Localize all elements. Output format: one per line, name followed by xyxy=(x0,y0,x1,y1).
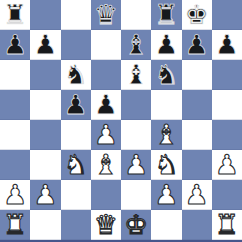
square-c7[interactable] xyxy=(61,30,91,60)
square-e5[interactable] xyxy=(121,90,151,120)
square-c8[interactable] xyxy=(61,0,91,30)
square-g6[interactable] xyxy=(182,60,212,90)
square-g5[interactable] xyxy=(182,90,212,120)
square-e4[interactable] xyxy=(121,120,151,150)
square-c4[interactable] xyxy=(61,120,91,150)
square-e2[interactable] xyxy=(121,180,151,210)
piece-white-bishop[interactable]: ♝ xyxy=(154,121,178,148)
square-a4[interactable] xyxy=(0,120,30,150)
square-a2[interactable]: ♟ xyxy=(0,180,30,210)
square-d1[interactable]: ♛ xyxy=(91,210,121,240)
piece-white-knight[interactable]: ♞ xyxy=(154,151,178,178)
square-f5[interactable] xyxy=(151,90,181,120)
square-e6[interactable]: ♝ xyxy=(121,60,151,90)
square-a1[interactable]: ♜ xyxy=(0,210,30,240)
piece-black-rook[interactable]: ♜ xyxy=(3,1,27,28)
square-h8[interactable] xyxy=(212,0,242,30)
square-f3[interactable]: ♞ xyxy=(151,150,181,180)
square-a5[interactable] xyxy=(0,90,30,120)
piece-black-pawn[interactable]: ♟ xyxy=(154,31,178,58)
square-b5[interactable] xyxy=(30,90,60,120)
square-b6[interactable] xyxy=(30,60,60,90)
square-c3[interactable]: ♞ xyxy=(61,150,91,180)
square-a3[interactable] xyxy=(0,150,30,180)
square-d4[interactable]: ♟ xyxy=(91,120,121,150)
piece-white-pawn[interactable]: ♟ xyxy=(94,121,118,148)
square-g2[interactable]: ♟ xyxy=(182,180,212,210)
square-f2[interactable]: ♟ xyxy=(151,180,181,210)
piece-white-pawn[interactable]: ♟ xyxy=(154,181,178,208)
square-c1[interactable] xyxy=(61,210,91,240)
piece-black-pawn[interactable]: ♟ xyxy=(3,31,27,58)
piece-white-pawn[interactable]: ♟ xyxy=(185,181,209,208)
square-a7[interactable]: ♟ xyxy=(0,30,30,60)
piece-black-knight[interactable]: ♞ xyxy=(64,61,88,88)
square-b1[interactable] xyxy=(30,210,60,240)
square-g3[interactable] xyxy=(182,150,212,180)
piece-black-queen[interactable]: ♛ xyxy=(94,1,118,28)
piece-black-knight[interactable]: ♞ xyxy=(154,61,178,88)
piece-white-pawn[interactable]: ♟ xyxy=(3,181,27,208)
piece-white-pawn[interactable]: ♟ xyxy=(124,151,148,178)
square-e3[interactable]: ♟ xyxy=(121,150,151,180)
square-d6[interactable] xyxy=(91,60,121,90)
square-h4[interactable] xyxy=(212,120,242,150)
piece-white-rook[interactable]: ♜ xyxy=(3,211,27,238)
square-h6[interactable] xyxy=(212,60,242,90)
square-d5[interactable]: ♟ xyxy=(91,90,121,120)
piece-black-pawn[interactable]: ♟ xyxy=(185,31,209,58)
square-b3[interactable] xyxy=(30,150,60,180)
square-a8[interactable]: ♜ xyxy=(0,0,30,30)
square-b7[interactable]: ♟ xyxy=(30,30,60,60)
piece-black-pawn[interactable]: ♟ xyxy=(215,31,239,58)
square-d3[interactable]: ♝ xyxy=(91,150,121,180)
square-c6[interactable]: ♞ xyxy=(61,60,91,90)
square-h2[interactable] xyxy=(212,180,242,210)
piece-white-bishop[interactable]: ♝ xyxy=(94,151,118,178)
square-f4[interactable]: ♝ xyxy=(151,120,181,150)
square-h7[interactable]: ♟ xyxy=(212,30,242,60)
square-f8[interactable]: ♜ xyxy=(151,0,181,30)
square-e7[interactable]: ♝ xyxy=(121,30,151,60)
square-g8[interactable]: ♚ xyxy=(182,0,212,30)
piece-black-pawn[interactable]: ♟ xyxy=(64,91,88,118)
square-a6[interactable] xyxy=(0,60,30,90)
piece-black-pawn[interactable]: ♟ xyxy=(94,91,118,118)
square-g1[interactable] xyxy=(182,210,212,240)
square-g7[interactable]: ♟ xyxy=(182,30,212,60)
piece-white-pawn[interactable]: ♟ xyxy=(215,151,239,178)
piece-black-rook[interactable]: ♜ xyxy=(154,1,178,28)
square-h5[interactable] xyxy=(212,90,242,120)
square-c2[interactable] xyxy=(61,180,91,210)
square-f6[interactable]: ♞ xyxy=(151,60,181,90)
piece-white-queen[interactable]: ♛ xyxy=(94,211,118,238)
piece-black-king[interactable]: ♚ xyxy=(185,1,209,28)
square-c5[interactable]: ♟ xyxy=(61,90,91,120)
square-e8[interactable] xyxy=(121,0,151,30)
piece-white-pawn[interactable]: ♟ xyxy=(33,181,57,208)
square-h3[interactable]: ♟ xyxy=(212,150,242,180)
piece-white-knight[interactable]: ♞ xyxy=(64,151,88,178)
square-d8[interactable]: ♛ xyxy=(91,0,121,30)
square-f1[interactable] xyxy=(151,210,181,240)
piece-white-rook[interactable]: ♜ xyxy=(215,211,239,238)
square-f7[interactable]: ♟ xyxy=(151,30,181,60)
piece-black-bishop[interactable]: ♝ xyxy=(124,31,148,58)
square-g4[interactable] xyxy=(182,120,212,150)
chess-board: ♜♛♜♚♟♟♝♟♟♟♞♝♞♟♟♟♝♞♝♟♞♟♟♟♟♟♜♛♚♜ xyxy=(0,0,242,242)
square-b2[interactable]: ♟ xyxy=(30,180,60,210)
piece-black-pawn[interactable]: ♟ xyxy=(33,31,57,58)
square-d7[interactable] xyxy=(91,30,121,60)
square-b4[interactable] xyxy=(30,120,60,150)
piece-white-king[interactable]: ♚ xyxy=(124,211,148,238)
square-d2[interactable] xyxy=(91,180,121,210)
square-e1[interactable]: ♚ xyxy=(121,210,151,240)
square-b8[interactable] xyxy=(30,0,60,30)
piece-black-bishop[interactable]: ♝ xyxy=(124,61,148,88)
square-h1[interactable]: ♜ xyxy=(212,210,242,240)
